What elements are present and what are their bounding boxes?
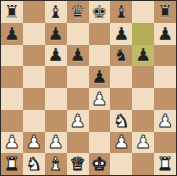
white-knight[interactable]: ♞ xyxy=(26,153,42,175)
square-e3[interactable] xyxy=(89,110,111,132)
square-g3[interactable] xyxy=(132,110,154,132)
square-h7[interactable]: ♟ xyxy=(154,23,176,45)
square-d4[interactable] xyxy=(67,88,89,110)
white-queen[interactable]: ♛ xyxy=(69,153,85,175)
square-d7[interactable] xyxy=(67,23,89,45)
square-f7[interactable]: ♟ xyxy=(110,23,132,45)
black-pawn[interactable]: ♟ xyxy=(157,23,173,45)
square-b3[interactable] xyxy=(23,110,45,132)
square-g7[interactable] xyxy=(132,23,154,45)
square-f6[interactable]: ♞ xyxy=(110,45,132,67)
chess-board: ♜♝♛♚♝♜♟♟♟♟♟♟♞♟♟♟♟♞♟♟♟♟♟♟♜♞♝♛♚♜ xyxy=(1,1,176,175)
black-pawn[interactable]: ♟ xyxy=(4,23,20,45)
white-pawn[interactable]: ♟ xyxy=(157,110,173,132)
black-pawn[interactable]: ♟ xyxy=(91,66,107,88)
square-c4[interactable] xyxy=(45,88,67,110)
square-b5[interactable] xyxy=(23,66,45,88)
square-f1[interactable] xyxy=(110,153,132,175)
square-g5[interactable] xyxy=(132,66,154,88)
square-e6[interactable] xyxy=(89,45,111,67)
square-a5[interactable] xyxy=(1,66,23,88)
square-b1[interactable]: ♞ xyxy=(23,153,45,175)
black-pawn[interactable]: ♟ xyxy=(48,23,64,45)
square-d6[interactable]: ♟ xyxy=(67,45,89,67)
black-pawn[interactable]: ♟ xyxy=(48,45,64,67)
square-b4[interactable] xyxy=(23,88,45,110)
square-a2[interactable]: ♟ xyxy=(1,132,23,154)
square-a1[interactable]: ♜ xyxy=(1,153,23,175)
square-h6[interactable] xyxy=(154,45,176,67)
square-e7[interactable] xyxy=(89,23,111,45)
square-d3[interactable]: ♟ xyxy=(67,110,89,132)
square-b7[interactable] xyxy=(23,23,45,45)
square-e2[interactable] xyxy=(89,132,111,154)
black-knight[interactable]: ♞ xyxy=(113,45,129,67)
white-pawn[interactable]: ♟ xyxy=(69,110,85,132)
white-bishop[interactable]: ♝ xyxy=(48,153,64,175)
black-king[interactable]: ♚ xyxy=(91,1,107,23)
black-pawn[interactable]: ♟ xyxy=(113,23,129,45)
square-e5[interactable]: ♟ xyxy=(89,66,111,88)
square-h8[interactable]: ♜ xyxy=(154,1,176,23)
square-c7[interactable]: ♟ xyxy=(45,23,67,45)
square-h4[interactable] xyxy=(154,88,176,110)
white-knight[interactable]: ♞ xyxy=(113,110,129,132)
square-f3[interactable]: ♞ xyxy=(110,110,132,132)
square-a4[interactable] xyxy=(1,88,23,110)
black-pawn[interactable]: ♟ xyxy=(135,45,151,67)
square-b6[interactable] xyxy=(23,45,45,67)
chess-board-frame: ♜♝♛♚♝♜♟♟♟♟♟♟♞♟♟♟♟♞♟♟♟♟♟♟♜♞♝♛♚♜ xyxy=(0,0,177,176)
square-c1[interactable]: ♝ xyxy=(45,153,67,175)
square-h2[interactable] xyxy=(154,132,176,154)
square-e8[interactable]: ♚ xyxy=(89,1,111,23)
black-bishop[interactable]: ♝ xyxy=(48,1,64,23)
square-c5[interactable] xyxy=(45,66,67,88)
white-pawn[interactable]: ♟ xyxy=(48,132,64,154)
square-a7[interactable]: ♟ xyxy=(1,23,23,45)
white-rook[interactable]: ♜ xyxy=(157,153,173,175)
square-d8[interactable]: ♛ xyxy=(67,1,89,23)
square-f8[interactable]: ♝ xyxy=(110,1,132,23)
black-rook[interactable]: ♜ xyxy=(4,1,20,23)
white-pawn[interactable]: ♟ xyxy=(135,132,151,154)
square-c8[interactable]: ♝ xyxy=(45,1,67,23)
square-d1[interactable]: ♛ xyxy=(67,153,89,175)
square-f4[interactable] xyxy=(110,88,132,110)
square-a8[interactable]: ♜ xyxy=(1,1,23,23)
black-pawn[interactable]: ♟ xyxy=(69,45,85,67)
square-e1[interactable]: ♚ xyxy=(89,153,111,175)
square-h5[interactable] xyxy=(154,66,176,88)
square-g6[interactable]: ♟ xyxy=(132,45,154,67)
square-e4[interactable]: ♟ xyxy=(89,88,111,110)
square-g4[interactable] xyxy=(132,88,154,110)
square-b8[interactable] xyxy=(23,1,45,23)
square-d2[interactable] xyxy=(67,132,89,154)
white-pawn[interactable]: ♟ xyxy=(4,132,20,154)
square-b2[interactable]: ♟ xyxy=(23,132,45,154)
square-c3[interactable] xyxy=(45,110,67,132)
square-h3[interactable]: ♟ xyxy=(154,110,176,132)
white-pawn[interactable]: ♟ xyxy=(91,88,107,110)
black-queen[interactable]: ♛ xyxy=(69,1,85,23)
white-pawn[interactable]: ♟ xyxy=(26,132,42,154)
white-rook[interactable]: ♜ xyxy=(4,153,20,175)
square-c2[interactable]: ♟ xyxy=(45,132,67,154)
square-h1[interactable]: ♜ xyxy=(154,153,176,175)
black-bishop[interactable]: ♝ xyxy=(113,1,129,23)
square-f2[interactable]: ♟ xyxy=(110,132,132,154)
square-a3[interactable] xyxy=(1,110,23,132)
black-rook[interactable]: ♜ xyxy=(157,1,173,23)
square-c6[interactable]: ♟ xyxy=(45,45,67,67)
square-d5[interactable] xyxy=(67,66,89,88)
white-king[interactable]: ♚ xyxy=(91,153,107,175)
square-g8[interactable] xyxy=(132,1,154,23)
square-g1[interactable] xyxy=(132,153,154,175)
square-g2[interactable]: ♟ xyxy=(132,132,154,154)
white-pawn[interactable]: ♟ xyxy=(113,132,129,154)
square-a6[interactable] xyxy=(1,45,23,67)
square-f5[interactable] xyxy=(110,66,132,88)
